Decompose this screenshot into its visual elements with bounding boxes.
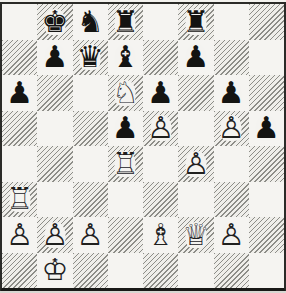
white-pawn-icon: ♙: [77, 220, 104, 250]
square-d3: [108, 182, 143, 218]
white-queen-icon: ♕: [182, 220, 209, 250]
black-pawn-icon: ♟: [253, 113, 280, 143]
square-b1: ♔: [37, 253, 72, 289]
white-rook-icon: ♖: [112, 149, 139, 179]
square-d1: [108, 253, 143, 289]
square-h1: [249, 253, 284, 289]
square-h5: ♟: [249, 111, 284, 147]
square-h8: [249, 4, 284, 40]
square-e5: ♙: [143, 111, 178, 147]
square-f8: ♜: [178, 4, 213, 40]
square-f4: ♙: [178, 146, 213, 182]
black-rook-icon: ♜: [182, 7, 209, 37]
square-b6: [37, 75, 72, 111]
square-g2: ♙: [214, 217, 249, 253]
white-pawn-icon: ♙: [218, 220, 245, 250]
square-g1: [214, 253, 249, 289]
square-d6: ♘: [108, 75, 143, 111]
square-c7: ♛: [73, 40, 108, 76]
square-d5: ♟: [108, 111, 143, 147]
square-e3: [143, 182, 178, 218]
square-b7: ♟: [37, 40, 72, 76]
white-knight-icon: ♘: [112, 78, 139, 108]
square-a8: [2, 4, 37, 40]
square-b3: [37, 182, 72, 218]
square-f6: [178, 75, 213, 111]
square-c6: [73, 75, 108, 111]
square-b5: [37, 111, 72, 147]
square-g4: [214, 146, 249, 182]
black-knight-icon: ♞: [77, 7, 104, 37]
black-pawn-icon: ♟: [147, 78, 174, 108]
square-d7: ♝: [108, 40, 143, 76]
black-rook-icon: ♜: [112, 7, 139, 37]
black-pawn-icon: ♟: [182, 42, 209, 72]
black-king-icon: ♚: [41, 7, 68, 37]
square-b2: ♙: [37, 217, 72, 253]
square-d8: ♜: [108, 4, 143, 40]
square-e2: ♗: [143, 217, 178, 253]
square-h7: [249, 40, 284, 76]
square-c1: [73, 253, 108, 289]
white-king-icon: ♔: [41, 255, 68, 285]
square-h2: [249, 217, 284, 253]
white-pawn-icon: ♙: [41, 220, 68, 250]
white-pawn-icon: ♙: [147, 113, 174, 143]
black-queen-icon: ♛: [77, 42, 104, 72]
square-b8: ♚: [37, 4, 72, 40]
square-c2: ♙: [73, 217, 108, 253]
white-pawn-icon: ♙: [6, 220, 33, 250]
scanned-chess-diagram: ♚♞♜♜♟♛♝♟♟♘♟♟♟♙♙♟♖♙♖♙♙♙♗♕♙♔: [0, 0, 286, 293]
square-a2: ♙: [2, 217, 37, 253]
square-g5: ♙: [214, 111, 249, 147]
white-rook-icon: ♖: [6, 184, 33, 214]
square-f2: ♕: [178, 217, 213, 253]
black-pawn-icon: ♟: [112, 113, 139, 143]
square-e8: [143, 4, 178, 40]
square-f1: [178, 253, 213, 289]
black-pawn-icon: ♟: [218, 78, 245, 108]
square-g6: ♟: [214, 75, 249, 111]
black-pawn-icon: ♟: [41, 42, 68, 72]
square-g7: [214, 40, 249, 76]
square-c4: [73, 146, 108, 182]
square-d4: ♖: [108, 146, 143, 182]
square-f5: [178, 111, 213, 147]
square-g3: [214, 182, 249, 218]
square-b4: [37, 146, 72, 182]
white-pawn-icon: ♙: [182, 149, 209, 179]
chess-board: ♚♞♜♜♟♛♝♟♟♘♟♟♟♙♙♟♖♙♖♙♙♙♗♕♙♔: [0, 2, 286, 293]
square-h3: [249, 182, 284, 218]
square-a1: [2, 253, 37, 289]
black-pawn-icon: ♟: [6, 78, 33, 108]
square-a4: [2, 146, 37, 182]
square-h6: [249, 75, 284, 111]
square-e1: [143, 253, 178, 289]
square-a3: ♖: [2, 182, 37, 218]
square-f7: ♟: [178, 40, 213, 76]
square-a6: ♟: [2, 75, 37, 111]
square-e4: [143, 146, 178, 182]
square-h4: [249, 146, 284, 182]
black-bishop-icon: ♝: [112, 42, 139, 72]
square-e7: [143, 40, 178, 76]
square-c5: [73, 111, 108, 147]
white-pawn-icon: ♙: [218, 113, 245, 143]
square-g8: [214, 4, 249, 40]
square-f3: [178, 182, 213, 218]
square-a5: [2, 111, 37, 147]
square-a7: [2, 40, 37, 76]
square-d2: [108, 217, 143, 253]
square-e6: ♟: [143, 75, 178, 111]
square-c3: [73, 182, 108, 218]
white-bishop-icon: ♗: [147, 220, 174, 250]
square-c8: ♞: [73, 4, 108, 40]
